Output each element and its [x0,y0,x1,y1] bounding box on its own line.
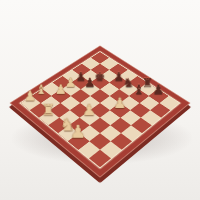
chess-piece-white-pawn[interactable]: ♟ [24,89,36,103]
chess-piece-black-king[interactable]: ♚ [94,71,104,83]
chess-piece-white-bishop[interactable]: ♝ [35,83,47,96]
chess-piece-white-pawn[interactable]: ♟ [65,77,76,89]
board-grid: ♜♟♟♞♝♚♟♟♟♟♟♟♝♟♜♞♟ [21,52,179,167]
chess-piece-black-bishop[interactable]: ♝ [133,83,145,96]
board-square[interactable] [159,96,179,110]
perspective-scene: ♜♟♟♞♝♚♟♟♟♟♟♟♝♟♜♞♟ [0,0,200,200]
chess-piece-black-pawn[interactable]: ♟ [84,77,95,89]
board-square[interactable] [90,118,111,134]
chess-piece-white-pawn[interactable]: ♟ [55,83,67,96]
chess-piece-white-pawn[interactable]: ♟ [82,103,96,118]
chess-board: ♜♟♟♞♝♚♟♟♟♟♟♟♝♟♜♞♟ [9,46,190,178]
chess-piece-black-pawn[interactable]: ♟ [152,83,164,96]
chess-piece-white-pawn[interactable]: ♟ [113,96,126,111]
chess-piece-white-rook[interactable]: ♜ [42,103,56,118]
board-square[interactable]: ♟ [149,89,169,103]
chess-set-photo: ♜♟♟♞♝♚♟♟♟♟♟♟♝♟♜♞♟ [0,0,200,200]
chess-piece-white-pawn[interactable]: ♟ [70,124,86,142]
